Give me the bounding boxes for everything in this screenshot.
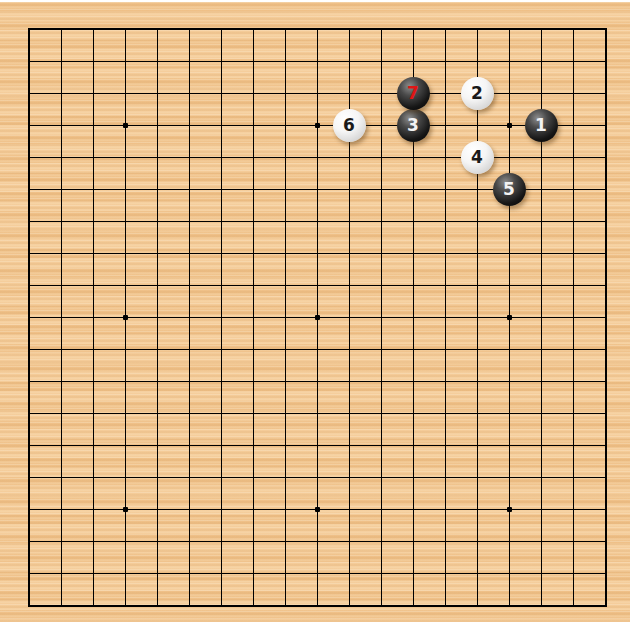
stone-move-number: 6	[343, 117, 355, 134]
stone-white-move-6[interactable]: 6	[333, 109, 366, 142]
stone-move-number: 4	[471, 149, 483, 166]
screenshot-root: 1234567	[0, 0, 630, 626]
stone-move-number: 5	[503, 181, 515, 198]
stone-move-number: 7	[407, 85, 419, 102]
stone-white-move-2[interactable]: 2	[461, 77, 494, 110]
stone-black-move-5[interactable]: 5	[493, 173, 526, 206]
go-board[interactable]: 1234567	[0, 2, 630, 622]
stones-layer: 1234567	[13, 13, 621, 621]
stone-move-number: 2	[471, 85, 483, 102]
stone-black-move-3[interactable]: 3	[397, 109, 430, 142]
stone-move-number: 1	[535, 117, 547, 134]
stone-move-number: 3	[407, 117, 419, 134]
stone-black-move-1[interactable]: 1	[525, 109, 558, 142]
stone-black-move-7[interactable]: 7	[397, 77, 430, 110]
stone-white-move-4[interactable]: 4	[461, 141, 494, 174]
